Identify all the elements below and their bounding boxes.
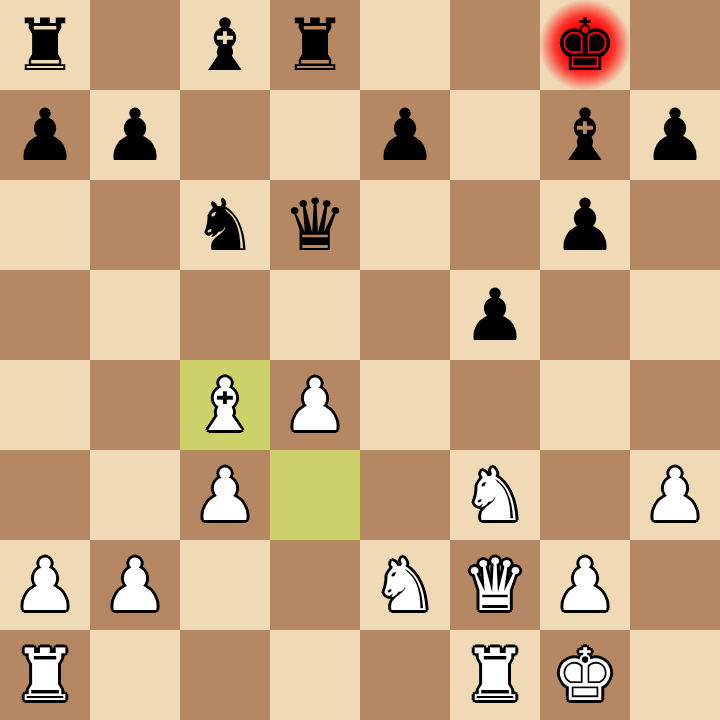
square-a6[interactable] xyxy=(0,180,90,270)
white-pawn-piece[interactable]: ♟ xyxy=(540,540,630,630)
black-rook-piece[interactable]: ♜ xyxy=(270,0,360,90)
square-c3[interactable]: ♟ xyxy=(180,450,270,540)
white-knight-piece[interactable]: ♞ xyxy=(360,540,450,630)
square-f2[interactable]: ♛ xyxy=(450,540,540,630)
white-bishop-piece[interactable]: ♝ xyxy=(180,360,270,450)
square-c2[interactable] xyxy=(180,540,270,630)
black-queen-piece[interactable]: ♛ xyxy=(270,180,360,270)
square-e4[interactable] xyxy=(360,360,450,450)
white-pawn-piece[interactable]: ♟ xyxy=(630,450,720,540)
square-h3[interactable]: ♟ xyxy=(630,450,720,540)
square-a1[interactable]: ♜ xyxy=(0,630,90,720)
square-b4[interactable] xyxy=(90,360,180,450)
chess-board: ♜♝♜♚♟♟♟♝♟♞♛♟♟♝♟♟♞♟♟♟♞♛♟♜♜♚ xyxy=(0,0,720,720)
black-king-piece[interactable]: ♚ xyxy=(540,0,630,90)
square-g2[interactable]: ♟ xyxy=(540,540,630,630)
square-f3[interactable]: ♞ xyxy=(450,450,540,540)
square-f5[interactable]: ♟ xyxy=(450,270,540,360)
white-pawn-piece[interactable]: ♟ xyxy=(180,450,270,540)
square-h8[interactable] xyxy=(630,0,720,90)
square-d1[interactable] xyxy=(270,630,360,720)
square-c4[interactable]: ♝ xyxy=(180,360,270,450)
black-pawn-piece[interactable]: ♟ xyxy=(90,90,180,180)
white-rook-piece[interactable]: ♜ xyxy=(450,630,540,720)
black-pawn-piece[interactable]: ♟ xyxy=(540,180,630,270)
square-h6[interactable] xyxy=(630,180,720,270)
black-bishop-piece[interactable]: ♝ xyxy=(540,90,630,180)
square-e7[interactable]: ♟ xyxy=(360,90,450,180)
square-a5[interactable] xyxy=(0,270,90,360)
square-g8[interactable]: ♚ xyxy=(540,0,630,90)
square-g4[interactable] xyxy=(540,360,630,450)
square-f1[interactable]: ♜ xyxy=(450,630,540,720)
square-e3[interactable] xyxy=(360,450,450,540)
square-b5[interactable] xyxy=(90,270,180,360)
square-c7[interactable] xyxy=(180,90,270,180)
white-queen-piece[interactable]: ♛ xyxy=(450,540,540,630)
square-h7[interactable]: ♟ xyxy=(630,90,720,180)
square-h5[interactable] xyxy=(630,270,720,360)
square-c6[interactable]: ♞ xyxy=(180,180,270,270)
square-h1[interactable] xyxy=(630,630,720,720)
square-a7[interactable]: ♟ xyxy=(0,90,90,180)
square-c1[interactable] xyxy=(180,630,270,720)
square-e8[interactable] xyxy=(360,0,450,90)
square-g3[interactable] xyxy=(540,450,630,540)
square-d8[interactable]: ♜ xyxy=(270,0,360,90)
white-pawn-piece[interactable]: ♟ xyxy=(90,540,180,630)
square-e5[interactable] xyxy=(360,270,450,360)
square-b6[interactable] xyxy=(90,180,180,270)
square-e2[interactable]: ♞ xyxy=(360,540,450,630)
square-c5[interactable] xyxy=(180,270,270,360)
black-pawn-piece[interactable]: ♟ xyxy=(630,90,720,180)
square-b3[interactable] xyxy=(90,450,180,540)
square-c8[interactable]: ♝ xyxy=(180,0,270,90)
square-g1[interactable]: ♚ xyxy=(540,630,630,720)
square-a8[interactable]: ♜ xyxy=(0,0,90,90)
square-a2[interactable]: ♟ xyxy=(0,540,90,630)
white-knight-piece[interactable]: ♞ xyxy=(450,450,540,540)
black-bishop-piece[interactable]: ♝ xyxy=(180,0,270,90)
square-b7[interactable]: ♟ xyxy=(90,90,180,180)
square-e6[interactable] xyxy=(360,180,450,270)
square-d6[interactable]: ♛ xyxy=(270,180,360,270)
square-h2[interactable] xyxy=(630,540,720,630)
square-d4[interactable]: ♟ xyxy=(270,360,360,450)
white-rook-piece[interactable]: ♜ xyxy=(0,630,90,720)
black-pawn-piece[interactable]: ♟ xyxy=(0,90,90,180)
square-b1[interactable] xyxy=(90,630,180,720)
square-d3[interactable] xyxy=(270,450,360,540)
white-pawn-piece[interactable]: ♟ xyxy=(270,360,360,450)
square-f4[interactable] xyxy=(450,360,540,450)
black-pawn-piece[interactable]: ♟ xyxy=(450,270,540,360)
white-pawn-piece[interactable]: ♟ xyxy=(0,540,90,630)
square-e1[interactable] xyxy=(360,630,450,720)
square-g5[interactable] xyxy=(540,270,630,360)
square-d5[interactable] xyxy=(270,270,360,360)
square-b8[interactable] xyxy=(90,0,180,90)
square-b2[interactable]: ♟ xyxy=(90,540,180,630)
black-rook-piece[interactable]: ♜ xyxy=(0,0,90,90)
square-h4[interactable] xyxy=(630,360,720,450)
black-pawn-piece[interactable]: ♟ xyxy=(360,90,450,180)
black-knight-piece[interactable]: ♞ xyxy=(180,180,270,270)
square-g7[interactable]: ♝ xyxy=(540,90,630,180)
square-f8[interactable] xyxy=(450,0,540,90)
square-g6[interactable]: ♟ xyxy=(540,180,630,270)
square-f7[interactable] xyxy=(450,90,540,180)
white-king-piece[interactable]: ♚ xyxy=(540,630,630,720)
square-f6[interactable] xyxy=(450,180,540,270)
square-a4[interactable] xyxy=(0,360,90,450)
square-d2[interactable] xyxy=(270,540,360,630)
square-a3[interactable] xyxy=(0,450,90,540)
square-d7[interactable] xyxy=(270,90,360,180)
